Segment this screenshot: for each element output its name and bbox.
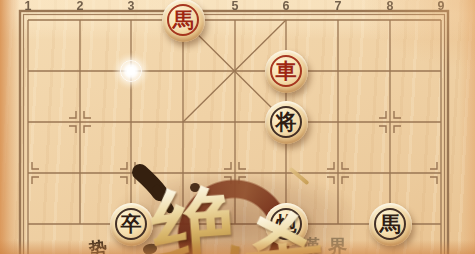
- piece-glyph: 馬: [380, 214, 401, 235]
- move-highlight-sparkle[interactable]: [111, 51, 151, 91]
- piece-glyph: 将: [276, 112, 297, 133]
- checkmate-banner-char-sha: 杀: [239, 207, 327, 254]
- checkmate-banner-char-jue: 绝: [149, 181, 241, 254]
- piece-glyph: 卒: [121, 214, 142, 235]
- piece-glyph: 車: [276, 61, 297, 82]
- piece-red-chariot[interactable]: 車: [265, 50, 308, 93]
- piece-black-soldier[interactable]: 卒: [110, 203, 153, 246]
- piece-glyph: 馬: [173, 10, 194, 31]
- piece-black-general[interactable]: 将: [265, 101, 308, 144]
- banner-sub-text: 势: [88, 236, 108, 254]
- xiangqi-board-screen: 123456789 漢界 馬車将卒炮馬 绝 杀 势: [0, 0, 475, 254]
- piece-red-horse[interactable]: 馬: [162, 0, 205, 42]
- piece-black-horse[interactable]: 馬: [369, 203, 412, 246]
